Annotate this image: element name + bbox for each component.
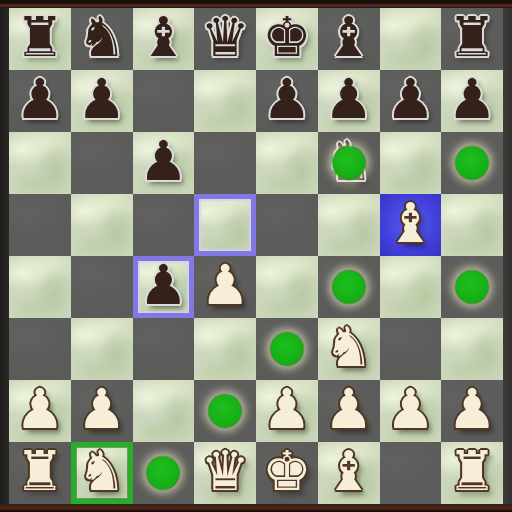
square-e4[interactable] xyxy=(256,256,318,318)
black-bishop: ♝ xyxy=(318,8,380,70)
square-a5[interactable] xyxy=(9,194,71,256)
black-pawn: ♟ xyxy=(71,70,133,132)
square-b5[interactable] xyxy=(71,194,133,256)
square-a7[interactable]: ♟ xyxy=(9,70,71,132)
square-g6[interactable] xyxy=(380,132,442,194)
legal-move-dot xyxy=(456,271,489,304)
black-king: ♚ xyxy=(256,8,318,70)
white-rook: ♜ xyxy=(9,442,71,504)
square-f2[interactable]: ♟ xyxy=(318,380,380,442)
square-b2[interactable]: ♟ xyxy=(71,380,133,442)
square-a2[interactable]: ♟ xyxy=(9,380,71,442)
white-pawn: ♟ xyxy=(256,380,318,442)
square-g4[interactable] xyxy=(380,256,442,318)
black-pawn: ♟ xyxy=(256,70,318,132)
white-rook: ♜ xyxy=(441,442,503,504)
square-h7[interactable]: ♟ xyxy=(441,70,503,132)
square-e7[interactable]: ♟ xyxy=(256,70,318,132)
square-f6[interactable]: ♞ xyxy=(318,132,380,194)
square-c4[interactable]: ♟ xyxy=(133,256,195,318)
square-a1[interactable]: ♜ xyxy=(9,442,71,504)
square-d4[interactable]: ♟ xyxy=(194,256,256,318)
legal-move-dot xyxy=(270,333,303,366)
square-b6[interactable] xyxy=(71,132,133,194)
white-bishop: ♝ xyxy=(318,442,380,504)
chess-board: ♜♞♝♛♚♝♜♟♟♟♟♟♟♟♞♝♟♟♞♟♟♟♟♟♟♜♞♛♚♝♜ xyxy=(9,8,503,504)
square-e3[interactable] xyxy=(256,318,318,380)
legal-move-dot xyxy=(332,271,365,304)
square-h6[interactable] xyxy=(441,132,503,194)
black-pawn: ♟ xyxy=(380,70,442,132)
square-f7[interactable]: ♟ xyxy=(318,70,380,132)
legal-move-dot xyxy=(332,147,365,180)
square-f5[interactable] xyxy=(318,194,380,256)
black-pawn: ♟ xyxy=(318,70,380,132)
square-f1[interactable]: ♝ xyxy=(318,442,380,504)
square-c2[interactable] xyxy=(133,380,195,442)
square-f4[interactable] xyxy=(318,256,380,318)
square-h2[interactable]: ♟ xyxy=(441,380,503,442)
square-c5[interactable] xyxy=(133,194,195,256)
square-f8[interactable]: ♝ xyxy=(318,8,380,70)
white-king: ♚ xyxy=(256,442,318,504)
white-pawn: ♟ xyxy=(71,380,133,442)
square-d5[interactable] xyxy=(194,194,256,256)
black-rook: ♜ xyxy=(441,8,503,70)
square-e8[interactable]: ♚ xyxy=(256,8,318,70)
square-h1[interactable]: ♜ xyxy=(441,442,503,504)
square-a4[interactable] xyxy=(9,256,71,318)
black-bishop: ♝ xyxy=(133,8,195,70)
board-frame-top xyxy=(0,0,512,8)
white-knight: ♞ xyxy=(71,442,133,504)
square-d3[interactable] xyxy=(194,318,256,380)
square-b4[interactable] xyxy=(71,256,133,318)
square-f3[interactable]: ♞ xyxy=(318,318,380,380)
square-d8[interactable]: ♛ xyxy=(194,8,256,70)
board-frame-bottom xyxy=(0,504,512,512)
black-rook: ♜ xyxy=(9,8,71,70)
square-c8[interactable]: ♝ xyxy=(133,8,195,70)
square-d1[interactable]: ♛ xyxy=(194,442,256,504)
square-g7[interactable]: ♟ xyxy=(380,70,442,132)
square-g2[interactable]: ♟ xyxy=(380,380,442,442)
square-b8[interactable]: ♞ xyxy=(71,8,133,70)
legal-move-dot xyxy=(456,147,489,180)
square-g3[interactable] xyxy=(380,318,442,380)
square-d2[interactable] xyxy=(194,380,256,442)
square-e6[interactable] xyxy=(256,132,318,194)
square-b1[interactable]: ♞ xyxy=(71,442,133,504)
square-a6[interactable] xyxy=(9,132,71,194)
app-screen: ♜♞♝♛♚♝♜♟♟♟♟♟♟♟♞♝♟♟♞♟♟♟♟♟♟♜♞♛♚♝♜ xyxy=(0,0,512,512)
black-knight: ♞ xyxy=(71,8,133,70)
white-bishop: ♝ xyxy=(380,194,442,256)
legal-move-dot xyxy=(147,457,180,490)
square-b3[interactable] xyxy=(71,318,133,380)
white-knight: ♞ xyxy=(318,318,380,380)
square-g5[interactable]: ♝ xyxy=(380,194,442,256)
square-e1[interactable]: ♚ xyxy=(256,442,318,504)
square-h5[interactable] xyxy=(441,194,503,256)
square-a8[interactable]: ♜ xyxy=(9,8,71,70)
black-pawn: ♟ xyxy=(441,70,503,132)
black-queen: ♛ xyxy=(194,8,256,70)
black-pawn: ♟ xyxy=(133,256,195,318)
square-d6[interactable] xyxy=(194,132,256,194)
square-c6[interactable]: ♟ xyxy=(133,132,195,194)
white-pawn: ♟ xyxy=(441,380,503,442)
legal-move-dot xyxy=(209,395,242,428)
square-g1[interactable] xyxy=(380,442,442,504)
square-g8[interactable] xyxy=(380,8,442,70)
square-c3[interactable] xyxy=(133,318,195,380)
square-d7[interactable] xyxy=(194,70,256,132)
white-queen: ♛ xyxy=(194,442,256,504)
black-pawn: ♟ xyxy=(133,132,195,194)
square-a3[interactable] xyxy=(9,318,71,380)
square-h3[interactable] xyxy=(441,318,503,380)
square-c7[interactable] xyxy=(133,70,195,132)
white-pawn: ♟ xyxy=(318,380,380,442)
square-h8[interactable]: ♜ xyxy=(441,8,503,70)
square-c1[interactable] xyxy=(133,442,195,504)
white-pawn: ♟ xyxy=(194,256,256,318)
white-pawn: ♟ xyxy=(9,380,71,442)
square-b7[interactable]: ♟ xyxy=(71,70,133,132)
square-h4[interactable] xyxy=(441,256,503,318)
black-pawn: ♟ xyxy=(9,70,71,132)
white-pawn: ♟ xyxy=(380,380,442,442)
square-e5[interactable] xyxy=(256,194,318,256)
square-e2[interactable]: ♟ xyxy=(256,380,318,442)
